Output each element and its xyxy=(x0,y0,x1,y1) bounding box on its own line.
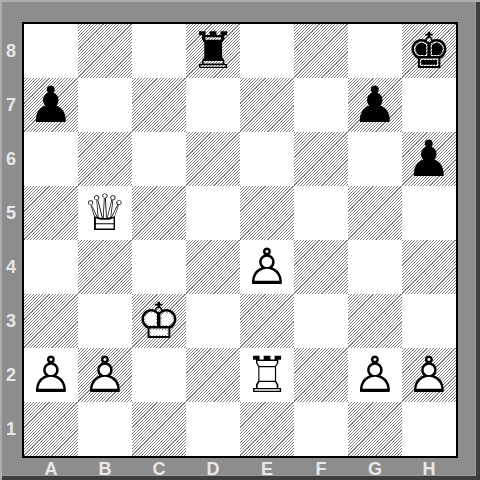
file-label-c: C xyxy=(132,458,186,480)
square-a3[interactable] xyxy=(24,294,78,348)
square-b4[interactable] xyxy=(78,240,132,294)
file-labels: ABCDEFGH xyxy=(24,458,456,480)
square-c3[interactable]: ♔ xyxy=(132,294,186,348)
square-c1[interactable] xyxy=(132,402,186,456)
square-d7[interactable] xyxy=(186,78,240,132)
square-c6[interactable] xyxy=(132,132,186,186)
white-queen-b5[interactable]: ♕ xyxy=(83,186,128,240)
file-label-e: E xyxy=(240,458,294,480)
square-c4[interactable] xyxy=(132,240,186,294)
square-a6[interactable] xyxy=(24,132,78,186)
file-label-f: F xyxy=(294,458,348,480)
square-h1[interactable] xyxy=(402,402,456,456)
square-c2[interactable] xyxy=(132,348,186,402)
black-pawn-h6[interactable]: ♟ xyxy=(407,132,452,186)
square-d2[interactable] xyxy=(186,348,240,402)
square-b6[interactable] xyxy=(78,132,132,186)
square-e3[interactable] xyxy=(240,294,294,348)
white-pawn-a2[interactable]: ♙ xyxy=(29,348,74,402)
square-d3[interactable] xyxy=(186,294,240,348)
square-b8[interactable] xyxy=(78,24,132,78)
rank-label-7: 7 xyxy=(0,78,22,132)
square-e4[interactable]: ♙ xyxy=(240,240,294,294)
rank-label-1: 1 xyxy=(0,402,22,456)
square-f8[interactable] xyxy=(294,24,348,78)
square-d1[interactable] xyxy=(186,402,240,456)
square-a7[interactable]: ♟ xyxy=(24,78,78,132)
square-g2[interactable]: ♙ xyxy=(348,348,402,402)
rank-label-8: 8 xyxy=(0,24,22,78)
square-d6[interactable] xyxy=(186,132,240,186)
square-g1[interactable] xyxy=(348,402,402,456)
rank-label-4: 4 xyxy=(0,240,22,294)
square-h7[interactable] xyxy=(402,78,456,132)
square-e1[interactable] xyxy=(240,402,294,456)
square-e6[interactable] xyxy=(240,132,294,186)
white-king-c3[interactable]: ♔ xyxy=(137,294,182,348)
square-g6[interactable] xyxy=(348,132,402,186)
square-f1[interactable] xyxy=(294,402,348,456)
file-label-h: H xyxy=(402,458,456,480)
white-pawn-g2[interactable]: ♙ xyxy=(353,348,398,402)
square-g8[interactable] xyxy=(348,24,402,78)
rank-label-2: 2 xyxy=(0,348,22,402)
square-h4[interactable] xyxy=(402,240,456,294)
black-pawn-g7[interactable]: ♟ xyxy=(353,78,398,132)
square-a8[interactable] xyxy=(24,24,78,78)
white-pawn-b2[interactable]: ♙ xyxy=(83,348,128,402)
square-d8[interactable]: ♜ xyxy=(186,24,240,78)
file-label-g: G xyxy=(348,458,402,480)
rank-label-3: 3 xyxy=(0,294,22,348)
square-g5[interactable] xyxy=(348,186,402,240)
square-b1[interactable] xyxy=(78,402,132,456)
board-frame: 87654321 ♜♚♟♟♟♕♙♔♙♙♖♙♙ ABCDEFGH xyxy=(0,0,480,480)
square-c5[interactable] xyxy=(132,186,186,240)
square-h2[interactable]: ♙ xyxy=(402,348,456,402)
white-rook-e2[interactable]: ♖ xyxy=(245,348,290,402)
square-g7[interactable]: ♟ xyxy=(348,78,402,132)
black-rook-d8[interactable]: ♜ xyxy=(191,24,236,78)
white-pawn-e4[interactable]: ♙ xyxy=(245,240,290,294)
square-f7[interactable] xyxy=(294,78,348,132)
square-b2[interactable]: ♙ xyxy=(78,348,132,402)
square-g4[interactable] xyxy=(348,240,402,294)
square-a1[interactable] xyxy=(24,402,78,456)
square-d5[interactable] xyxy=(186,186,240,240)
square-f4[interactable] xyxy=(294,240,348,294)
square-h6[interactable]: ♟ xyxy=(402,132,456,186)
square-c7[interactable] xyxy=(132,78,186,132)
black-king-h8[interactable]: ♚ xyxy=(407,24,452,78)
square-e2[interactable]: ♖ xyxy=(240,348,294,402)
square-b7[interactable] xyxy=(78,78,132,132)
square-e7[interactable] xyxy=(240,78,294,132)
square-h5[interactable] xyxy=(402,186,456,240)
square-a2[interactable]: ♙ xyxy=(24,348,78,402)
square-b5[interactable]: ♕ xyxy=(78,186,132,240)
rank-label-6: 6 xyxy=(0,132,22,186)
file-label-d: D xyxy=(186,458,240,480)
square-a5[interactable] xyxy=(24,186,78,240)
board: ♜♚♟♟♟♕♙♔♙♙♖♙♙ xyxy=(22,22,458,458)
rank-labels: 87654321 xyxy=(0,24,22,456)
rank-label-5: 5 xyxy=(0,186,22,240)
square-f5[interactable] xyxy=(294,186,348,240)
square-h8[interactable]: ♚ xyxy=(402,24,456,78)
square-e5[interactable] xyxy=(240,186,294,240)
black-pawn-a7[interactable]: ♟ xyxy=(29,78,74,132)
square-d4[interactable] xyxy=(186,240,240,294)
square-f3[interactable] xyxy=(294,294,348,348)
square-c8[interactable] xyxy=(132,24,186,78)
white-pawn-h2[interactable]: ♙ xyxy=(407,348,452,402)
square-h3[interactable] xyxy=(402,294,456,348)
square-e8[interactable] xyxy=(240,24,294,78)
square-f2[interactable] xyxy=(294,348,348,402)
square-b3[interactable] xyxy=(78,294,132,348)
square-g3[interactable] xyxy=(348,294,402,348)
file-label-b: B xyxy=(78,458,132,480)
square-f6[interactable] xyxy=(294,132,348,186)
square-a4[interactable] xyxy=(24,240,78,294)
file-label-a: A xyxy=(24,458,78,480)
